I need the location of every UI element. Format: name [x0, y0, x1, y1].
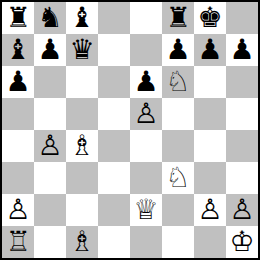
square-f1[interactable] — [162, 226, 194, 258]
square-b4[interactable]: ♙ — [34, 130, 66, 162]
piece-black-pawn[interactable]: ♟ — [34, 34, 66, 66]
chess-diagram: ♜♞♝♜♚♝♟♛♟♟♟♟♟♘♙♙♗♘♙♕♙♙♖♗♔ — [0, 0, 260, 260]
piece-black-pawn[interactable]: ♟ — [162, 34, 194, 66]
square-d3[interactable] — [98, 162, 130, 194]
square-g2[interactable]: ♙ — [194, 194, 226, 226]
square-e7[interactable] — [130, 34, 162, 66]
square-f7[interactable]: ♟ — [162, 34, 194, 66]
square-g3[interactable] — [194, 162, 226, 194]
square-g6[interactable] — [194, 66, 226, 98]
square-c2[interactable] — [66, 194, 98, 226]
square-g1[interactable] — [194, 226, 226, 258]
piece-white-knight[interactable]: ♘ — [162, 66, 194, 98]
square-h4[interactable] — [226, 130, 258, 162]
square-b7[interactable]: ♟ — [34, 34, 66, 66]
piece-black-pawn[interactable]: ♟ — [226, 34, 258, 66]
square-a5[interactable] — [2, 98, 34, 130]
square-f3[interactable]: ♘ — [162, 162, 194, 194]
square-c5[interactable] — [66, 98, 98, 130]
square-d6[interactable] — [98, 66, 130, 98]
square-c4[interactable]: ♗ — [66, 130, 98, 162]
square-e5[interactable]: ♙ — [130, 98, 162, 130]
square-b2[interactable] — [34, 194, 66, 226]
square-c1[interactable]: ♗ — [66, 226, 98, 258]
square-h7[interactable]: ♟ — [226, 34, 258, 66]
square-b3[interactable] — [34, 162, 66, 194]
square-b1[interactable] — [34, 226, 66, 258]
piece-black-queen[interactable]: ♛ — [66, 34, 98, 66]
square-h6[interactable] — [226, 66, 258, 98]
piece-white-knight[interactable]: ♘ — [162, 162, 194, 194]
square-c6[interactable] — [66, 66, 98, 98]
piece-white-queen[interactable]: ♕ — [130, 194, 162, 226]
square-g8[interactable]: ♚ — [194, 2, 226, 34]
piece-black-rook[interactable]: ♜ — [2, 2, 34, 34]
square-c3[interactable] — [66, 162, 98, 194]
square-e3[interactable] — [130, 162, 162, 194]
square-d7[interactable] — [98, 34, 130, 66]
square-c8[interactable]: ♝ — [66, 2, 98, 34]
piece-black-rook[interactable]: ♜ — [162, 2, 194, 34]
square-c7[interactable]: ♛ — [66, 34, 98, 66]
piece-white-king[interactable]: ♔ — [226, 226, 258, 258]
square-b8[interactable]: ♞ — [34, 2, 66, 34]
square-a8[interactable]: ♜ — [2, 2, 34, 34]
square-f8[interactable]: ♜ — [162, 2, 194, 34]
square-f4[interactable] — [162, 130, 194, 162]
square-h1[interactable]: ♔ — [226, 226, 258, 258]
square-a3[interactable] — [2, 162, 34, 194]
square-e1[interactable] — [130, 226, 162, 258]
piece-white-bishop[interactable]: ♗ — [66, 226, 98, 258]
square-h5[interactable] — [226, 98, 258, 130]
square-a7[interactable]: ♝ — [2, 34, 34, 66]
square-f2[interactable] — [162, 194, 194, 226]
square-e2[interactable]: ♕ — [130, 194, 162, 226]
piece-black-pawn[interactable]: ♟ — [130, 66, 162, 98]
square-a6[interactable]: ♟ — [2, 66, 34, 98]
square-h2[interactable]: ♙ — [226, 194, 258, 226]
square-a2[interactable]: ♙ — [2, 194, 34, 226]
piece-black-bishop[interactable]: ♝ — [66, 2, 98, 34]
square-e8[interactable] — [130, 2, 162, 34]
square-f5[interactable] — [162, 98, 194, 130]
piece-black-pawn[interactable]: ♟ — [194, 34, 226, 66]
piece-white-pawn[interactable]: ♙ — [2, 194, 34, 226]
square-d5[interactable] — [98, 98, 130, 130]
piece-black-knight[interactable]: ♞ — [34, 2, 66, 34]
square-a1[interactable]: ♖ — [2, 226, 34, 258]
square-a4[interactable] — [2, 130, 34, 162]
square-b6[interactable] — [34, 66, 66, 98]
square-e4[interactable] — [130, 130, 162, 162]
square-g5[interactable] — [194, 98, 226, 130]
piece-black-king[interactable]: ♚ — [194, 2, 226, 34]
square-d1[interactable] — [98, 226, 130, 258]
square-d4[interactable] — [98, 130, 130, 162]
piece-black-pawn[interactable]: ♟ — [2, 66, 34, 98]
square-h8[interactable] — [226, 2, 258, 34]
square-h3[interactable] — [226, 162, 258, 194]
square-g4[interactable] — [194, 130, 226, 162]
piece-black-bishop[interactable]: ♝ — [2, 34, 34, 66]
chess-board: ♜♞♝♜♚♝♟♛♟♟♟♟♟♘♙♙♗♘♙♕♙♙♖♗♔ — [0, 0, 260, 260]
piece-white-pawn[interactable]: ♙ — [194, 194, 226, 226]
piece-white-pawn[interactable]: ♙ — [226, 194, 258, 226]
square-d2[interactable] — [98, 194, 130, 226]
square-e6[interactable]: ♟ — [130, 66, 162, 98]
square-f6[interactable]: ♘ — [162, 66, 194, 98]
square-g7[interactable]: ♟ — [194, 34, 226, 66]
piece-white-pawn[interactable]: ♙ — [34, 130, 66, 162]
piece-white-pawn[interactable]: ♙ — [130, 98, 162, 130]
piece-white-bishop[interactable]: ♗ — [66, 130, 98, 162]
square-d8[interactable] — [98, 2, 130, 34]
square-b5[interactable] — [34, 98, 66, 130]
piece-white-rook[interactable]: ♖ — [2, 226, 34, 258]
